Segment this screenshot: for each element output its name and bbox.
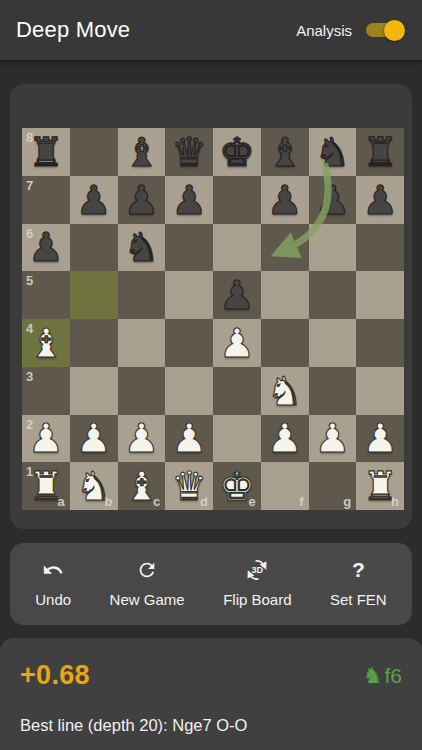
square-d1[interactable]: d♛ <box>165 462 213 510</box>
piece-black-pawn[interactable]: ♟ <box>123 180 159 220</box>
piece-white-knight[interactable]: ♞ <box>267 371 303 411</box>
rank-label: 3 <box>26 369 33 384</box>
board-squares: 8♜♝♛♚♝♞♜7♟♟♟♟♟♟6♟♞5♟4♝♟3♞2♟♟♟♟♟♟♟1a♜b♞c♝… <box>22 128 404 510</box>
file-label: b <box>105 494 113 509</box>
square-d2[interactable]: ♟ <box>165 415 213 463</box>
square-f5[interactable] <box>261 271 309 319</box>
piece-black-king[interactable]: ♚ <box>219 132 255 172</box>
best-move-square: f6 <box>384 664 402 688</box>
new-game-button[interactable]: New Game <box>104 558 191 608</box>
piece-white-pawn[interactable]: ♟ <box>267 418 303 458</box>
square-c8[interactable]: ♝ <box>118 128 166 176</box>
square-a1[interactable]: 1a♜ <box>22 462 70 510</box>
piece-black-rook[interactable]: ♜ <box>362 132 398 172</box>
square-g2[interactable]: ♟ <box>309 415 357 463</box>
square-a3[interactable]: 3 <box>22 367 70 415</box>
piece-white-pawn[interactable]: ♟ <box>76 418 112 458</box>
rank-label: 8 <box>26 130 33 145</box>
square-b2[interactable]: ♟ <box>70 415 118 463</box>
square-e6[interactable] <box>213 224 261 272</box>
square-g4[interactable] <box>309 319 357 367</box>
app-title: Deep Move <box>16 17 130 43</box>
piece-white-pawn[interactable]: ♟ <box>171 418 207 458</box>
knight-icon: ♞ <box>363 665 383 687</box>
square-a7[interactable]: 7 <box>22 176 70 224</box>
square-a8[interactable]: 8♜ <box>22 128 70 176</box>
new-game-icon <box>136 558 158 582</box>
square-a5[interactable]: 5 <box>22 271 70 319</box>
piece-black-pawn[interactable]: ♟ <box>267 180 303 220</box>
piece-white-pawn[interactable]: ♟ <box>123 418 159 458</box>
square-b7[interactable]: ♟ <box>70 176 118 224</box>
piece-black-pawn[interactable]: ♟ <box>171 180 207 220</box>
square-h1[interactable]: h♜ <box>356 462 404 510</box>
set-fen-button[interactable]: ? Set FEN <box>324 558 393 608</box>
square-e7[interactable] <box>213 176 261 224</box>
toolbar: Undo New Game 3D Flip Board <box>10 543 412 625</box>
piece-black-bishop[interactable]: ♝ <box>123 132 159 172</box>
square-d8[interactable]: ♛ <box>165 128 213 176</box>
square-b4[interactable] <box>70 319 118 367</box>
square-g3[interactable] <box>309 367 357 415</box>
piece-black-bishop[interactable]: ♝ <box>267 132 303 172</box>
square-b5[interactable] <box>70 271 118 319</box>
square-h2[interactable]: ♟ <box>356 415 404 463</box>
square-d7[interactable]: ♟ <box>165 176 213 224</box>
flip-board-button[interactable]: 3D Flip Board <box>217 558 297 608</box>
square-b1[interactable]: b♞ <box>70 462 118 510</box>
square-c2[interactable]: ♟ <box>118 415 166 463</box>
best-line-text: Best line (depth 20): Nge7 O-O <box>20 716 402 735</box>
piece-black-pawn[interactable]: ♟ <box>314 180 350 220</box>
square-a4[interactable]: 4♝ <box>22 319 70 367</box>
piece-white-pawn[interactable]: ♟ <box>362 418 398 458</box>
undo-icon <box>42 558 64 582</box>
square-d6[interactable] <box>165 224 213 272</box>
square-c4[interactable] <box>118 319 166 367</box>
square-f2[interactable]: ♟ <box>261 415 309 463</box>
square-c7[interactable]: ♟ <box>118 176 166 224</box>
square-f6[interactable] <box>261 224 309 272</box>
file-label: h <box>391 494 399 509</box>
square-h5[interactable] <box>356 271 404 319</box>
square-d3[interactable] <box>165 367 213 415</box>
analysis-panel: +0.68 ♞ f6 Best line (depth 20): Nge7 O-… <box>0 638 422 750</box>
piece-black-pawn[interactable]: ♟ <box>28 227 64 267</box>
piece-white-pawn[interactable]: ♟ <box>28 418 64 458</box>
flip-board-label: Flip Board <box>223 591 291 608</box>
rank-label: 1 <box>26 464 33 479</box>
square-c3[interactable] <box>118 367 166 415</box>
piece-black-queen[interactable]: ♛ <box>171 132 207 172</box>
square-h7[interactable]: ♟ <box>356 176 404 224</box>
square-g8[interactable]: ♞ <box>309 128 357 176</box>
file-label: a <box>58 494 65 509</box>
analysis-label: Analysis <box>296 22 352 39</box>
square-g7[interactable]: ♟ <box>309 176 357 224</box>
piece-black-pawn[interactable]: ♟ <box>362 180 398 220</box>
piece-white-pawn[interactable]: ♟ <box>314 418 350 458</box>
square-h4[interactable] <box>356 319 404 367</box>
square-e2[interactable] <box>213 415 261 463</box>
piece-black-knight[interactable]: ♞ <box>314 132 350 172</box>
square-c1[interactable]: c♝ <box>118 462 166 510</box>
piece-black-knight[interactable]: ♞ <box>123 227 159 267</box>
flip-board-3d-icon: 3D <box>245 558 269 582</box>
piece-white-bishop[interactable]: ♝ <box>28 323 64 363</box>
square-e8[interactable]: ♚ <box>213 128 261 176</box>
piece-black-pawn[interactable]: ♟ <box>219 275 255 315</box>
rank-label: 2 <box>26 417 33 432</box>
rank-label: 7 <box>26 178 33 193</box>
app-bar: Deep Move Analysis <box>0 0 422 60</box>
square-g5[interactable] <box>309 271 357 319</box>
piece-black-pawn[interactable]: ♟ <box>76 180 112 220</box>
analysis-toggle[interactable] <box>366 23 402 37</box>
square-f8[interactable]: ♝ <box>261 128 309 176</box>
square-b8[interactable] <box>70 128 118 176</box>
analysis-toggle-knob <box>384 20 405 41</box>
undo-button[interactable]: Undo <box>29 558 77 608</box>
square-c6[interactable]: ♞ <box>118 224 166 272</box>
new-game-label: New Game <box>110 591 185 608</box>
undo-label: Undo <box>35 591 71 608</box>
piece-black-rook[interactable]: ♜ <box>28 132 64 172</box>
question-mark-icon: ? <box>352 558 365 582</box>
square-d4[interactable] <box>165 319 213 367</box>
rank-label: 6 <box>26 226 33 241</box>
square-b3[interactable] <box>70 367 118 415</box>
square-e3[interactable] <box>213 367 261 415</box>
svg-text:3D: 3D <box>252 565 264 575</box>
rank-label: 5 <box>26 273 33 288</box>
square-a2[interactable]: 2♟ <box>22 415 70 463</box>
square-b6[interactable] <box>70 224 118 272</box>
square-d5[interactable] <box>165 271 213 319</box>
square-f3[interactable]: ♞ <box>261 367 309 415</box>
file-label: d <box>200 494 208 509</box>
file-label: e <box>249 494 256 509</box>
piece-white-pawn[interactable]: ♟ <box>219 323 255 363</box>
square-a6[interactable]: 6♟ <box>22 224 70 272</box>
square-g1[interactable]: g <box>309 462 357 510</box>
square-e4[interactable]: ♟ <box>213 319 261 367</box>
square-h3[interactable] <box>356 367 404 415</box>
rank-label: 4 <box>26 321 33 336</box>
set-fen-label: Set FEN <box>330 591 387 608</box>
file-label: c <box>153 494 160 509</box>
square-h8[interactable]: ♜ <box>356 128 404 176</box>
square-e1[interactable]: e♚ <box>213 462 261 510</box>
board-wrap: 8♜♝♛♚♝♞♜7♟♟♟♟♟♟6♟♞5♟4♝♟3♞2♟♟♟♟♟♟♟1a♜b♞c♝… <box>22 128 404 510</box>
square-f1[interactable]: f <box>261 462 309 510</box>
square-f7[interactable]: ♟ <box>261 176 309 224</box>
board-card: 8♜♝♛♚♝♞♜7♟♟♟♟♟♟6♟♞5♟4♝♟3♞2♟♟♟♟♟♟♟1a♜b♞c♝… <box>10 84 412 529</box>
square-g6[interactable] <box>309 224 357 272</box>
evaluation-score: +0.68 <box>20 660 90 691</box>
square-f4[interactable] <box>261 319 309 367</box>
square-h6[interactable] <box>356 224 404 272</box>
best-move: ♞ f6 <box>363 664 402 688</box>
square-e5[interactable]: ♟ <box>213 271 261 319</box>
square-c5[interactable] <box>118 271 166 319</box>
file-label: f <box>299 494 303 509</box>
file-label: g <box>343 494 351 509</box>
